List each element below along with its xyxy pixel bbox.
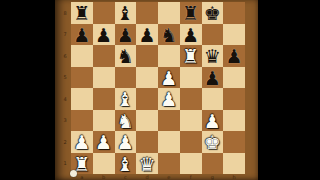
black-pawn-piece: ♟ <box>117 25 134 44</box>
square-b5[interactable] <box>93 67 115 89</box>
chess-board: ♜♝♜♚♟♟♟♟♞♟♞♜♛♟♟♟♝♟♞♟♟♟♟♚♜♝♛ <box>71 2 245 174</box>
square-d6[interactable] <box>136 45 158 67</box>
square-c3[interactable]: ♞ <box>115 110 137 132</box>
square-g8[interactable]: ♚ <box>202 2 224 24</box>
white-knight-piece: ♞ <box>117 111 134 130</box>
square-h8[interactable] <box>223 2 245 24</box>
square-d8[interactable] <box>136 2 158 24</box>
square-e7[interactable]: ♞ <box>158 24 180 46</box>
white-bishop-piece: ♝ <box>117 154 134 173</box>
square-f8[interactable]: ♜ <box>180 2 202 24</box>
square-d2[interactable] <box>136 131 158 153</box>
square-d5[interactable] <box>136 67 158 89</box>
black-queen-piece: ♛ <box>204 47 221 66</box>
square-f7[interactable]: ♟ <box>180 24 202 46</box>
black-knight-piece: ♞ <box>160 25 177 44</box>
white-king-piece: ♚ <box>204 133 221 152</box>
square-a3[interactable] <box>71 110 93 132</box>
square-g1[interactable] <box>202 153 224 175</box>
black-pawn-piece: ♟ <box>95 25 112 44</box>
square-f5[interactable] <box>180 67 202 89</box>
square-f2[interactable] <box>180 131 202 153</box>
rank-label: 7 <box>60 24 70 46</box>
rank-label: 6 <box>60 45 70 67</box>
square-b3[interactable] <box>93 110 115 132</box>
square-f6[interactable]: ♜ <box>180 45 202 67</box>
file-label: f <box>180 173 202 180</box>
file-label: b <box>93 173 115 180</box>
black-rook-piece: ♜ <box>182 4 199 23</box>
square-c4[interactable]: ♝ <box>115 88 137 110</box>
square-g3[interactable]: ♟ <box>202 110 224 132</box>
white-bishop-piece: ♝ <box>117 90 134 109</box>
square-a2[interactable]: ♟ <box>71 131 93 153</box>
square-e1[interactable] <box>158 153 180 175</box>
rank-label: 8 <box>60 2 70 24</box>
square-e4[interactable]: ♟ <box>158 88 180 110</box>
rank-label: 4 <box>60 88 70 110</box>
file-label: c <box>115 173 137 180</box>
white-pawn-piece: ♟ <box>204 111 221 130</box>
square-h1[interactable] <box>223 153 245 175</box>
square-e8[interactable] <box>158 2 180 24</box>
file-label: e <box>158 173 180 180</box>
white-pawn-piece: ♟ <box>95 133 112 152</box>
square-a8[interactable]: ♜ <box>71 2 93 24</box>
rank-coordinate-ticks: 87654321 <box>60 2 70 174</box>
video-letterbox-background: { "game": "chess", "position": { "fen": … <box>0 0 320 180</box>
black-bishop-piece: ♝ <box>117 4 134 23</box>
rank-label: 1 <box>60 153 70 175</box>
rank-label: 3 <box>60 110 70 132</box>
square-b4[interactable] <box>93 88 115 110</box>
square-h7[interactable] <box>223 24 245 46</box>
square-d3[interactable] <box>136 110 158 132</box>
square-e6[interactable] <box>158 45 180 67</box>
square-c1[interactable]: ♝ <box>115 153 137 175</box>
square-e2[interactable] <box>158 131 180 153</box>
black-pawn-piece: ♟ <box>204 68 221 87</box>
rank-label: 2 <box>60 131 70 153</box>
square-g6[interactable]: ♛ <box>202 45 224 67</box>
square-e5[interactable]: ♟ <box>158 67 180 89</box>
white-to-move-indicator-dot <box>70 170 77 177</box>
white-queen-piece: ♛ <box>139 154 156 173</box>
file-label: d <box>136 173 158 180</box>
white-pawn-piece: ♟ <box>73 133 90 152</box>
black-pawn-piece: ♟ <box>73 25 90 44</box>
square-a6[interactable] <box>71 45 93 67</box>
square-b7[interactable]: ♟ <box>93 24 115 46</box>
rank-label: 5 <box>60 67 70 89</box>
square-h5[interactable] <box>223 67 245 89</box>
square-f4[interactable] <box>180 88 202 110</box>
black-pawn-piece: ♟ <box>226 47 243 66</box>
square-a7[interactable]: ♟ <box>71 24 93 46</box>
file-coordinate-ticks: abcdefgh <box>71 173 245 180</box>
square-g5[interactable]: ♟ <box>202 67 224 89</box>
square-b8[interactable] <box>93 2 115 24</box>
black-pawn-piece: ♟ <box>139 25 156 44</box>
square-c2[interactable]: ♟ <box>115 131 137 153</box>
square-e3[interactable] <box>158 110 180 132</box>
square-b1[interactable] <box>93 153 115 175</box>
square-g4[interactable] <box>202 88 224 110</box>
square-c6[interactable]: ♞ <box>115 45 137 67</box>
black-king-piece: ♚ <box>204 4 221 23</box>
square-c8[interactable]: ♝ <box>115 2 137 24</box>
square-b6[interactable] <box>93 45 115 67</box>
square-h3[interactable] <box>223 110 245 132</box>
file-label: h <box>223 173 245 180</box>
square-d7[interactable]: ♟ <box>136 24 158 46</box>
square-a4[interactable] <box>71 88 93 110</box>
square-h2[interactable] <box>223 131 245 153</box>
square-h6[interactable]: ♟ <box>223 45 245 67</box>
square-h4[interactable] <box>223 88 245 110</box>
square-g7[interactable] <box>202 24 224 46</box>
white-pawn-piece: ♟ <box>160 68 177 87</box>
square-g2[interactable]: ♚ <box>202 131 224 153</box>
square-f3[interactable] <box>180 110 202 132</box>
square-d4[interactable] <box>136 88 158 110</box>
white-rook-piece: ♜ <box>182 47 199 66</box>
black-pawn-piece: ♟ <box>182 25 199 44</box>
square-f1[interactable] <box>180 153 202 175</box>
square-a5[interactable] <box>71 67 93 89</box>
file-label: g <box>202 173 224 180</box>
black-knight-piece: ♞ <box>117 47 134 66</box>
white-pawn-piece: ♟ <box>117 133 134 152</box>
board-frame: 87654321 ♜♝♜♚♟♟♟♟♞♟♞♜♛♟♟♟♝♟♞♟♟♟♟♚♜♝♛ abc… <box>55 0 258 180</box>
black-rook-piece: ♜ <box>73 4 90 23</box>
white-pawn-piece: ♟ <box>160 90 177 109</box>
square-c7[interactable]: ♟ <box>115 24 137 46</box>
square-d1[interactable]: ♛ <box>136 153 158 175</box>
square-b2[interactable]: ♟ <box>93 131 115 153</box>
square-c5[interactable] <box>115 67 137 89</box>
